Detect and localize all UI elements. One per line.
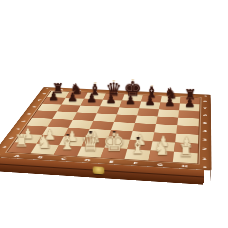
piece-black-pawn: ♟ <box>164 96 175 108</box>
piece-white-bishop: ♝ <box>58 134 75 153</box>
rank-label: 1 <box>197 153 211 164</box>
chess-board: ♜♞♝♛♚♝♞♜♟♟♟♟♟♟♟♟♟♟♟♟♟♟♟♟♜♞♝♛♚♝♞♜ ABCDEFG… <box>0 87 212 170</box>
piece-black-pawn: ♟ <box>67 91 78 103</box>
board-frame: ♜♞♝♛♚♝♞♜♟♟♟♟♟♟♟♟♟♟♟♟♟♟♟♟♜♞♝♛♚♝♞♜ ABCDEFG… <box>0 87 212 170</box>
piece-white-rook: ♜ <box>14 133 29 150</box>
piece-black-pawn: ♟ <box>144 95 155 107</box>
piece-black-pawn: ♟ <box>125 94 136 106</box>
brass-latch <box>93 166 105 174</box>
piece-white-rook: ♜ <box>178 142 193 159</box>
product-photo-scene: ♜♞♝♛♚♝♞♜♟♟♟♟♟♟♟♟♟♟♟♟♟♟♟♟♜♞♝♛♚♝♞♜ ABCDEFG… <box>0 0 228 228</box>
piece-white-queen: ♛ <box>80 132 100 155</box>
frame-inlay-dot <box>203 166 207 168</box>
piece-black-pawn: ♟ <box>48 90 59 102</box>
piece-white-bishop: ♝ <box>128 138 145 157</box>
frame-inlay-dot <box>0 154 1 156</box>
square-g5 <box>156 117 178 126</box>
square-h5 <box>177 118 199 127</box>
piece-black-pawn: ♟ <box>184 96 195 108</box>
frame-inlay-dot <box>204 96 207 97</box>
rank-labels-right: 87654321 <box>197 98 211 164</box>
piece-black-pawn: ♟ <box>105 93 116 105</box>
piece-white-knight: ♞ <box>153 140 169 158</box>
piece-white-king: ♚ <box>102 131 124 156</box>
rank-label: 6 <box>199 111 211 119</box>
square-d5 <box>93 113 117 122</box>
piece-black-pawn: ♟ <box>86 92 97 104</box>
piece-white-knight: ♞ <box>36 133 52 151</box>
